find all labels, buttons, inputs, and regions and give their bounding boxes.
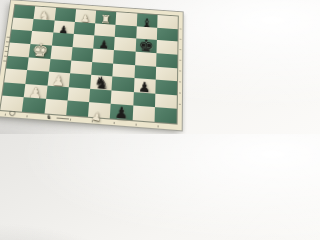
chess-board: ♞♟♜♝♟♟♚♚♟♞♟♟♟ ♞	[0, 0, 183, 130]
black-pawn-f1: ♟	[114, 105, 129, 122]
board-square-c1	[44, 99, 67, 115]
board-square-g1	[132, 106, 155, 122]
photo-chess-scene: ♞♟♜♝♟♟♚♚♟♞♟♟♟ ♞ ♟	[0, 0, 200, 134]
board-square-f1: ♟	[110, 104, 133, 120]
board-grid: ♞♟♜♝♟♟♚♚♟♞♟♟♟	[0, 5, 178, 124]
board-square-h1	[154, 107, 176, 123]
board-square-e1	[88, 103, 111, 119]
board-square-b1	[22, 98, 45, 114]
right-border-print	[179, 28, 182, 111]
board-square-a1	[0, 96, 24, 112]
board-square-d1	[66, 101, 89, 117]
